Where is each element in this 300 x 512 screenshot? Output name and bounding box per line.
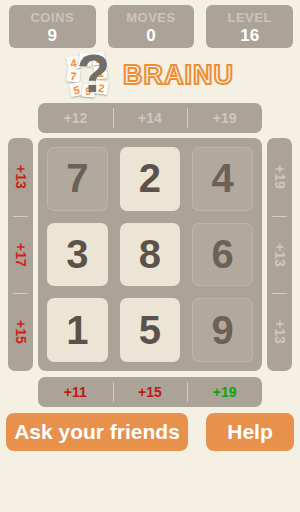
row-target-2: +13 [267, 216, 292, 294]
board-cell-r1c2[interactable]: 2 [120, 147, 181, 211]
row-sum-1: +13 [8, 138, 33, 216]
column-sums-bar: +11 +15 +19 [38, 377, 262, 407]
column-target-1: +12 [38, 103, 113, 133]
brand-title: BRAINU [123, 60, 234, 91]
row-sum-2: +17 [8, 216, 33, 294]
row-target-3: +13 [267, 293, 292, 371]
puzzle-board: 7 2 4 3 8 6 1 5 9 [38, 138, 262, 371]
ask-your-friends-button[interactable]: Ask your friends [6, 413, 188, 451]
row-targets-bar: +19 +13 +13 [267, 138, 292, 371]
moves-box: MOVES 0 [108, 5, 195, 48]
row-target-1: +19 [267, 138, 292, 216]
help-button[interactable]: Help [206, 413, 294, 451]
column-sum-1: +11 [38, 377, 113, 407]
board-cell-r1c3[interactable]: 4 [192, 147, 253, 211]
column-targets-bar: +12 +14 +19 [38, 103, 262, 133]
board-cell-r1c1[interactable]: 7 [47, 147, 108, 211]
board-cell-r2c2[interactable]: 8 [120, 223, 181, 287]
row-sum-3: +15 [8, 293, 33, 371]
stats-bar: COINS 9 MOVES 0 LEVEL 16 [9, 5, 293, 48]
level-box: LEVEL 16 [206, 5, 293, 48]
board-cell-r2c1[interactable]: 3 [47, 223, 108, 287]
board-cell-r3c3[interactable]: 9 [192, 298, 253, 362]
logo-number-tiles: 4 3 8 7 1 5 9 2 ? [66, 51, 118, 99]
column-sum-3: +19 [187, 377, 262, 407]
row-sums-bar: +13 +17 +15 [8, 138, 33, 371]
column-target-2: +14 [113, 103, 188, 133]
board-cell-r2c3[interactable]: 6 [192, 223, 253, 287]
level-label: LEVEL [206, 10, 293, 25]
level-value: 16 [206, 26, 293, 46]
column-target-3: +19 [187, 103, 262, 133]
question-mark-icon: ? [77, 42, 110, 104]
brainu-logo: 4 3 8 7 1 5 9 2 ? BRAINU [0, 50, 300, 100]
column-sum-2: +15 [113, 377, 188, 407]
board-cell-r3c1[interactable]: 1 [47, 298, 108, 362]
moves-label: MOVES [108, 10, 195, 25]
coins-label: COINS [9, 10, 96, 25]
board-cell-r3c2[interactable]: 5 [120, 298, 181, 362]
moves-value: 0 [108, 26, 195, 46]
